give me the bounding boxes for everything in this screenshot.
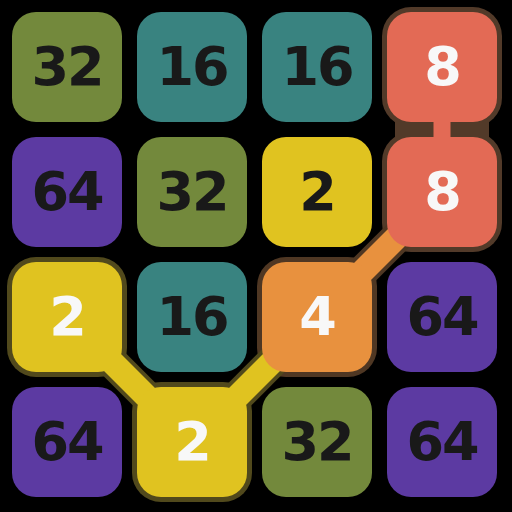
tile-r2c4-value-8-selected[interactable]: 8 (387, 137, 497, 247)
tile-r4c3-value-32[interactable]: 32 (262, 387, 372, 497)
tile-value: 8 (424, 40, 460, 94)
tile-value: 32 (156, 165, 227, 219)
tile-value: 16 (281, 40, 352, 94)
tile-r2c1-value-64[interactable]: 64 (12, 137, 122, 247)
tile-r3c1-value-2-selected[interactable]: 2 (12, 262, 122, 372)
tile-r1c2-value-16[interactable]: 16 (137, 12, 247, 122)
tile-value: 64 (406, 415, 477, 469)
tile-r4c4-value-64[interactable]: 64 (387, 387, 497, 497)
tile-value: 2 (174, 415, 210, 469)
tile-value: 16 (156, 40, 227, 94)
tile-r1c4-value-8-selected[interactable]: 8 (387, 12, 497, 122)
tile-value: 32 (281, 415, 352, 469)
tile-r1c3-value-16[interactable]: 16 (262, 12, 372, 122)
tile-r2c3-value-2[interactable]: 2 (262, 137, 372, 247)
tile-r3c4-value-64[interactable]: 64 (387, 262, 497, 372)
tile-grid: 32161686432282164646423264 (12, 12, 497, 497)
tile-value: 4 (299, 290, 335, 344)
tile-value: 2 (299, 165, 335, 219)
tile-value: 2 (49, 290, 85, 344)
tile-value: 8 (424, 165, 460, 219)
tile-value: 64 (31, 165, 102, 219)
tile-r3c2-value-16[interactable]: 16 (137, 262, 247, 372)
tile-value: 64 (406, 290, 477, 344)
tile-value: 32 (31, 40, 102, 94)
tile-r3c3-value-4-selected[interactable]: 4 (262, 262, 372, 372)
tile-r1c1-value-32[interactable]: 32 (12, 12, 122, 122)
tile-r4c1-value-64[interactable]: 64 (12, 387, 122, 497)
tile-value: 16 (156, 290, 227, 344)
tile-r2c2-value-32[interactable]: 32 (137, 137, 247, 247)
game-board: 32161686432282164646423264 (0, 0, 512, 512)
tile-r4c2-value-2-selected[interactable]: 2 (137, 387, 247, 497)
tile-value: 64 (31, 415, 102, 469)
